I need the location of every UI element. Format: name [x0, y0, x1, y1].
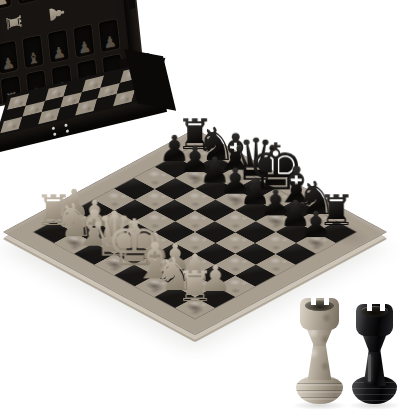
- case-clasp: [128, 0, 138, 9]
- square-a1: ♜: [34, 221, 74, 243]
- square-f2: ♟: [155, 264, 195, 286]
- square-g1: ♞: [155, 286, 195, 308]
- square-d3: [135, 232, 175, 254]
- piece-shadow: [122, 247, 147, 261]
- display-piece-gray-rook: [296, 298, 343, 406]
- piece-gray-pawn-f2: ♟: [159, 239, 191, 275]
- square-h1: ♜: [175, 297, 215, 319]
- square-g5: [235, 243, 275, 265]
- square-a3: [74, 200, 114, 222]
- piece-shadow: [182, 301, 207, 315]
- case-slot: ♝: [23, 35, 44, 68]
- square-e8: ♚: [255, 189, 295, 211]
- piece-shadow: [303, 236, 328, 250]
- rook-body: [360, 350, 389, 386]
- piece-shadow: [41, 225, 66, 239]
- square-f6: [235, 221, 275, 243]
- hinge-dot: [53, 132, 57, 136]
- piece-black-pawn-g7: ♟: [280, 196, 312, 232]
- stored-black-pawn: ♟: [77, 38, 92, 57]
- piece-shadow: [243, 204, 268, 218]
- piece-black-pawn-e7: ♟: [239, 174, 271, 210]
- square-g2: ♟: [175, 275, 215, 297]
- piece-shadow: [61, 214, 86, 228]
- stored-gray-pawn: ♟: [0, 0, 9, 9]
- rook-neck: [304, 328, 335, 346]
- piece-gray-pawn-d2: ♟: [118, 218, 150, 254]
- piece-black-knight-g8: ♞: [295, 175, 336, 221]
- piece-black-bishop-f8: ♝: [273, 160, 318, 210]
- piece-gray-pawn-c2: ♟: [98, 207, 130, 243]
- square-c1: ♝: [74, 243, 114, 265]
- piece-gray-pawn-g2: ♟: [179, 250, 211, 286]
- piece-gray-pawn-a2: ♟: [58, 185, 90, 221]
- square-d1: ♛: [94, 254, 134, 276]
- piece-gray-pawn-h2: ♟: [199, 261, 231, 297]
- piece-shadow: [142, 258, 167, 272]
- piece-shadow: [263, 214, 288, 228]
- square-h5: [255, 254, 295, 276]
- square-d2: ♟: [114, 243, 154, 265]
- square-b7: ♟: [175, 167, 215, 189]
- square-c3: [114, 221, 154, 243]
- square-e5: [195, 221, 235, 243]
- piece-shadow: [122, 268, 147, 282]
- square-f5: [215, 232, 255, 254]
- piece-gray-rook-a1: ♜: [35, 190, 73, 232]
- piece-gray-bishop-f1: ♝: [132, 236, 177, 286]
- piece-gray-bishop-c1: ♝: [72, 204, 117, 254]
- square-a2: ♟: [54, 210, 94, 232]
- piece-shadow: [142, 279, 167, 293]
- stored-lying-gray-rook: ♜: [3, 12, 24, 34]
- case-slot: ♟: [99, 19, 120, 52]
- case-slot: ♟: [48, 30, 69, 63]
- square-h7: ♟: [296, 232, 336, 254]
- square-c4: [135, 210, 175, 232]
- square-c8: ♝: [215, 167, 255, 189]
- square-h4: [235, 264, 275, 286]
- square-f8: ♝: [276, 200, 316, 222]
- piece-shadow: [202, 290, 227, 304]
- display-pieces: [288, 290, 414, 414]
- piece-shadow: [243, 182, 268, 196]
- piece-shadow: [102, 236, 127, 250]
- square-b6: [155, 178, 195, 200]
- square-f3: [175, 254, 215, 276]
- square-a6: [135, 167, 175, 189]
- piece-gray-knight-b1: ♞: [53, 197, 94, 243]
- square-c5: [155, 200, 195, 222]
- square-h2: ♟: [195, 286, 235, 308]
- square-g8: ♞: [296, 210, 336, 232]
- piece-shadow: [202, 182, 227, 196]
- piece-gray-queen-d1: ♛: [88, 206, 140, 264]
- square-h6: [276, 243, 316, 265]
- stored-gray-pawn: ♟: [19, 0, 34, 4]
- square-f4: [195, 243, 235, 265]
- hinge-dot: [52, 127, 56, 131]
- square-g6: [255, 232, 295, 254]
- square-d7: ♟: [215, 189, 255, 211]
- square-d4: [155, 221, 195, 243]
- piece-shadow: [162, 290, 187, 304]
- piece-black-pawn-h7: ♟: [300, 207, 332, 243]
- piece-shadow: [61, 236, 86, 250]
- square-a5: [114, 178, 154, 200]
- gloss-highlight: [368, 354, 371, 382]
- piece-shadow: [303, 214, 328, 228]
- display-piece-black-rook: [352, 304, 397, 406]
- stored-black-bishop: ♝: [26, 48, 41, 67]
- square-e2: ♟: [135, 254, 175, 276]
- piece-shadow: [223, 193, 248, 207]
- piece-gray-knight-g1: ♞: [154, 251, 195, 297]
- rook-turret: [356, 304, 393, 336]
- piece-shadow: [283, 204, 308, 218]
- square-e4: [175, 232, 215, 254]
- rook-base: [296, 376, 343, 404]
- square-h8: ♜: [316, 221, 356, 243]
- rook-turret: [300, 298, 339, 330]
- piece-gray-rook-h1: ♜: [176, 266, 214, 308]
- piece-gray-king-e1: ♚: [106, 211, 163, 275]
- piece-shadow: [82, 225, 107, 239]
- stored-lying-gray-pawn: ♟: [46, 2, 67, 24]
- case-slot: ♟: [0, 41, 18, 74]
- square-b4: [114, 200, 154, 222]
- piece-shadow: [263, 193, 288, 207]
- piece-shadow: [182, 279, 207, 293]
- square-e3: [155, 243, 195, 265]
- square-c7: ♟: [195, 178, 235, 200]
- piece-gray-pawn-b2: ♟: [78, 196, 110, 232]
- piece-shadow: [223, 171, 248, 185]
- square-b2: ♟: [74, 221, 114, 243]
- piece-black-pawn-f7: ♟: [259, 185, 291, 221]
- square-f1: ♝: [135, 275, 175, 297]
- square-g7: ♟: [276, 221, 316, 243]
- piece-black-king-e8: ♚: [247, 136, 304, 200]
- piece-shadow: [162, 268, 187, 282]
- rook-body: [304, 344, 335, 380]
- square-d5: [175, 210, 215, 232]
- square-g4: [215, 254, 255, 276]
- piece-shadow: [102, 258, 127, 272]
- stored-black-pawn: ♟: [102, 32, 117, 51]
- square-e6: [215, 210, 255, 232]
- square-d6: [195, 200, 235, 222]
- square-e1: ♚: [114, 264, 154, 286]
- hinge-dot: [66, 129, 70, 133]
- piece-shadow: [182, 171, 207, 185]
- square-g3: [195, 264, 235, 286]
- case-slot: ♟: [0, 0, 11, 10]
- stored-black-pawn: ♟: [1, 54, 16, 73]
- case-slot: ♟: [74, 25, 95, 58]
- piece-shadow: [323, 225, 348, 239]
- square-c6: [175, 189, 215, 211]
- product-photo-marble-chess-set: ♟♟♟♟♟♜♟♟♝♟♟♟♜♞♝♟♟ ♜♞♝♛♚♝♞♜♟♟♟♟♟♟♟♟♟♟♟♟♟♟…: [0, 0, 416, 416]
- square-f7: ♟: [255, 210, 295, 232]
- piece-shadow: [283, 225, 308, 239]
- square-e7: ♟: [235, 200, 275, 222]
- piece-black-pawn-d7: ♟: [219, 164, 251, 200]
- rook-neck: [360, 334, 389, 352]
- square-b1: ♞: [54, 232, 94, 254]
- storage-case: ♟♟♟♟♟♜♟♟♝♟♟♟♜♞♝♟♟: [0, 0, 220, 170]
- piece-black-queen-d8: ♛: [229, 131, 281, 189]
- square-d8: ♛: [235, 178, 275, 200]
- square-a4: [94, 189, 134, 211]
- piece-gray-pawn-e2: ♟: [139, 228, 171, 264]
- square-b5: [135, 189, 175, 211]
- piece-black-rook-h8: ♜: [317, 190, 355, 232]
- square-b3: [94, 210, 134, 232]
- square-h3: [215, 275, 255, 297]
- case-slot: ♟: [16, 0, 37, 4]
- square-c2: ♟: [94, 232, 134, 254]
- piece-shadow: [82, 247, 107, 261]
- hinge-dot: [64, 123, 68, 127]
- stored-black-pawn: ♟: [52, 43, 67, 62]
